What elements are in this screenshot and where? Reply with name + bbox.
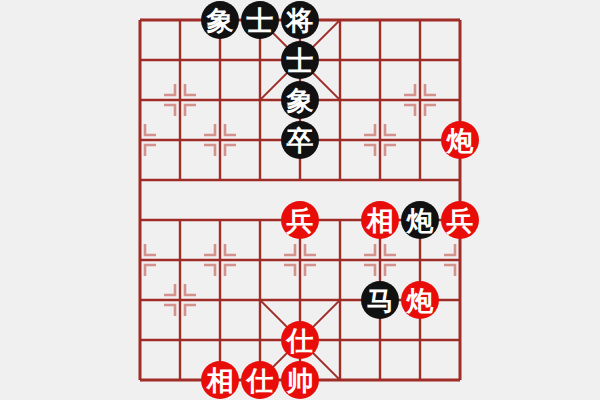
board-point[interactable]: [360, 80, 400, 120]
board-point[interactable]: [360, 40, 400, 80]
board-point[interactable]: [200, 240, 240, 280]
piece-black-soldier[interactable]: 卒: [281, 121, 319, 159]
board-point[interactable]: [240, 120, 280, 160]
board-point[interactable]: 象: [280, 80, 320, 120]
board-point[interactable]: [400, 80, 440, 120]
board-point[interactable]: [240, 40, 280, 80]
board-point[interactable]: [240, 320, 280, 360]
board-point[interactable]: [120, 360, 160, 400]
board-point[interactable]: [440, 240, 480, 280]
xiangqi-diagram: 象士将士象卒炮兵相炮兵马炮仕相仕帅: [0, 0, 600, 400]
board-point[interactable]: [440, 280, 480, 320]
board-point[interactable]: [440, 360, 480, 400]
board-point[interactable]: [400, 120, 440, 160]
board-point[interactable]: [160, 200, 200, 240]
piece-black-advisor[interactable]: 士: [281, 41, 319, 79]
board-point[interactable]: [280, 280, 320, 320]
board-point[interactable]: 相: [360, 200, 400, 240]
board-point[interactable]: [360, 360, 400, 400]
board-point[interactable]: [400, 160, 440, 200]
piece-black-elephant[interactable]: 象: [281, 81, 319, 119]
board-point[interactable]: 士: [240, 0, 280, 40]
board-point[interactable]: 仕: [240, 360, 280, 400]
piece-red-advisor[interactable]: 仕: [241, 361, 279, 399]
board-point[interactable]: [120, 240, 160, 280]
piece-black-general[interactable]: 将: [281, 1, 319, 39]
board-point[interactable]: [320, 280, 360, 320]
board-point[interactable]: 卒: [280, 120, 320, 160]
board-point[interactable]: [240, 160, 280, 200]
board-point[interactable]: [120, 200, 160, 240]
board-point[interactable]: [200, 40, 240, 80]
board-point[interactable]: [200, 160, 240, 200]
board-point[interactable]: 士: [280, 40, 320, 80]
board-point[interactable]: [120, 160, 160, 200]
board-point[interactable]: [160, 360, 200, 400]
piece-red-soldier[interactable]: 兵: [441, 201, 479, 239]
board-point[interactable]: [440, 80, 480, 120]
board-point[interactable]: [120, 40, 160, 80]
board-point[interactable]: 马: [360, 280, 400, 320]
board-point[interactable]: [160, 280, 200, 320]
board-point[interactable]: [160, 160, 200, 200]
piece-red-cannon[interactable]: 炮: [441, 121, 479, 159]
board-point[interactable]: [320, 200, 360, 240]
board-point[interactable]: [120, 0, 160, 40]
board-point[interactable]: [160, 120, 200, 160]
board-point[interactable]: 将: [280, 0, 320, 40]
board-point[interactable]: 兵: [280, 200, 320, 240]
piece-red-cannon[interactable]: 炮: [401, 281, 439, 319]
board-point[interactable]: [120, 120, 160, 160]
piece-black-cannon[interactable]: 炮: [401, 201, 439, 239]
board-point[interactable]: [160, 80, 200, 120]
board-point[interactable]: [160, 320, 200, 360]
board-point[interactable]: [160, 240, 200, 280]
board-point[interactable]: [120, 320, 160, 360]
board-point[interactable]: [320, 40, 360, 80]
board-point[interactable]: [160, 40, 200, 80]
board-point[interactable]: [320, 240, 360, 280]
board-point[interactable]: [360, 160, 400, 200]
board-point[interactable]: [360, 0, 400, 40]
board-point[interactable]: [440, 160, 480, 200]
board-point[interactable]: [400, 240, 440, 280]
board-point[interactable]: [400, 320, 440, 360]
board-point[interactable]: 仕: [280, 320, 320, 360]
board-point[interactable]: [320, 360, 360, 400]
board-point[interactable]: [320, 160, 360, 200]
board-point[interactable]: [120, 80, 160, 120]
board-point[interactable]: [360, 120, 400, 160]
board-point[interactable]: [200, 120, 240, 160]
board-point[interactable]: [440, 0, 480, 40]
board-point[interactable]: [200, 280, 240, 320]
piece-red-general[interactable]: 帅: [281, 361, 319, 399]
piece-red-elephant[interactable]: 相: [361, 201, 399, 239]
board-point[interactable]: 相: [200, 360, 240, 400]
board-point[interactable]: [160, 0, 200, 40]
board-point[interactable]: [200, 80, 240, 120]
board-point[interactable]: [320, 120, 360, 160]
xiangqi-board: 象士将士象卒炮兵相炮兵马炮仕相仕帅: [0, 0, 600, 400]
board-point[interactable]: [200, 320, 240, 360]
board-point[interactable]: 炮: [400, 280, 440, 320]
board-point[interactable]: 象: [200, 0, 240, 40]
board-point[interactable]: [400, 0, 440, 40]
board-point[interactable]: [120, 280, 160, 320]
board-point[interactable]: [320, 80, 360, 120]
board-point[interactable]: [280, 240, 320, 280]
board-point[interactable]: [400, 40, 440, 80]
piece-red-soldier[interactable]: 兵: [281, 201, 319, 239]
board-point[interactable]: 炮: [400, 200, 440, 240]
board-point[interactable]: [320, 0, 360, 40]
board-point[interactable]: [240, 240, 280, 280]
board-point[interactable]: [240, 280, 280, 320]
board-point[interactable]: [240, 200, 280, 240]
piece-red-elephant[interactable]: 相: [201, 361, 239, 399]
board-point[interactable]: [320, 320, 360, 360]
board-point[interactable]: [440, 320, 480, 360]
piece-red-advisor[interactable]: 仕: [281, 321, 319, 359]
board-point[interactable]: [400, 360, 440, 400]
board-points-grid: 象士将士象卒炮兵相炮兵马炮仕相仕帅: [120, 0, 480, 400]
board-point[interactable]: 炮: [440, 120, 480, 160]
board-point[interactable]: [280, 160, 320, 200]
board-point[interactable]: 帅: [280, 360, 320, 400]
piece-black-advisor[interactable]: 士: [241, 1, 279, 39]
board-point[interactable]: [440, 40, 480, 80]
board-point[interactable]: 兵: [440, 200, 480, 240]
board-point[interactable]: [360, 240, 400, 280]
board-point[interactable]: [360, 320, 400, 360]
piece-black-elephant[interactable]: 象: [201, 1, 239, 39]
piece-black-horse[interactable]: 马: [361, 281, 399, 319]
board-point[interactable]: [240, 80, 280, 120]
board-point[interactable]: [200, 200, 240, 240]
